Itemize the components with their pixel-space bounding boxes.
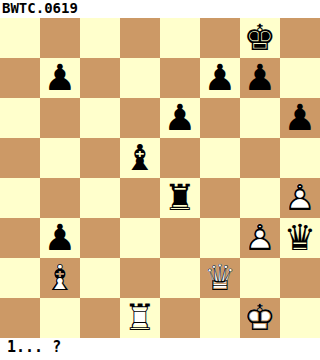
black-pawn-e6[interactable]: ♟	[164, 98, 196, 138]
square-g6[interactable]	[240, 98, 280, 138]
square-b2[interactable]: ♝♗	[40, 258, 80, 298]
square-f2[interactable]: ♛♕	[200, 258, 240, 298]
square-c7[interactable]	[80, 58, 120, 98]
square-c5[interactable]	[80, 138, 120, 178]
black-bishop-d5[interactable]: ♝	[124, 138, 156, 178]
square-e6[interactable]: ♟	[160, 98, 200, 138]
square-h7[interactable]	[280, 58, 320, 98]
square-h8[interactable]	[280, 18, 320, 58]
square-e2[interactable]	[160, 258, 200, 298]
black-pawn-b3[interactable]: ♟	[44, 218, 76, 258]
square-c8[interactable]	[80, 18, 120, 58]
square-f6[interactable]	[200, 98, 240, 138]
square-b1[interactable]	[40, 298, 80, 338]
square-a2[interactable]	[0, 258, 40, 298]
square-e5[interactable]	[160, 138, 200, 178]
square-g8[interactable]: ♚	[240, 18, 280, 58]
square-h5[interactable]	[280, 138, 320, 178]
square-d7[interactable]	[120, 58, 160, 98]
black-queen-h3[interactable]: ♛	[284, 218, 316, 258]
square-a3[interactable]	[0, 218, 40, 258]
square-f4[interactable]	[200, 178, 240, 218]
square-e7[interactable]	[160, 58, 200, 98]
rook-outline: ♖	[124, 298, 156, 338]
black-king-g8[interactable]: ♚	[244, 18, 276, 58]
white-pawn-h4[interactable]: ♟♙	[284, 178, 316, 218]
square-c4[interactable]	[80, 178, 120, 218]
square-a5[interactable]	[0, 138, 40, 178]
white-queen-f2[interactable]: ♛♕	[204, 258, 236, 298]
square-g1[interactable]: ♚♔	[240, 298, 280, 338]
square-g5[interactable]	[240, 138, 280, 178]
square-a4[interactable]	[0, 178, 40, 218]
square-h2[interactable]	[280, 258, 320, 298]
bishop-outline: ♗	[44, 258, 76, 298]
square-b3[interactable]: ♟	[40, 218, 80, 258]
king-outline: ♔	[244, 298, 276, 338]
square-h1[interactable]	[280, 298, 320, 338]
square-a7[interactable]	[0, 58, 40, 98]
puzzle-title: BWTC.0619	[0, 0, 320, 18]
square-b8[interactable]	[40, 18, 80, 58]
square-c6[interactable]	[80, 98, 120, 138]
square-d2[interactable]	[120, 258, 160, 298]
square-e3[interactable]	[160, 218, 200, 258]
white-bishop-b2[interactable]: ♝♗	[44, 258, 76, 298]
chess-board: ♚♟♟♟♟♟♝♜♟♙♟♟♙♛♝♗♛♕♜♖♚♔	[0, 18, 320, 338]
square-a1[interactable]	[0, 298, 40, 338]
square-a6[interactable]	[0, 98, 40, 138]
square-d1[interactable]: ♜♖	[120, 298, 160, 338]
white-king-g1[interactable]: ♚♔	[244, 298, 276, 338]
square-d6[interactable]	[120, 98, 160, 138]
pawn-outline: ♙	[284, 178, 316, 218]
square-b6[interactable]	[40, 98, 80, 138]
square-g7[interactable]: ♟	[240, 58, 280, 98]
square-c2[interactable]	[80, 258, 120, 298]
black-pawn-h6[interactable]: ♟	[284, 98, 316, 138]
white-pawn-g3[interactable]: ♟♙	[244, 218, 276, 258]
chess-puzzle-page: BWTC.0619 ♚♟♟♟♟♟♝♜♟♙♟♟♙♛♝♗♛♕♜♖♚♔ 1... ?	[0, 0, 320, 360]
square-d3[interactable]	[120, 218, 160, 258]
black-pawn-g7[interactable]: ♟	[244, 58, 276, 98]
pawn-outline: ♙	[244, 218, 276, 258]
square-h4[interactable]: ♟♙	[280, 178, 320, 218]
square-b4[interactable]	[40, 178, 80, 218]
white-rook-d1[interactable]: ♜♖	[124, 298, 156, 338]
square-c1[interactable]	[80, 298, 120, 338]
square-g3[interactable]: ♟♙	[240, 218, 280, 258]
square-b7[interactable]: ♟	[40, 58, 80, 98]
square-a8[interactable]	[0, 18, 40, 58]
square-c3[interactable]	[80, 218, 120, 258]
move-prompt: 1... ?	[0, 338, 320, 360]
square-f7[interactable]: ♟	[200, 58, 240, 98]
square-f1[interactable]	[200, 298, 240, 338]
square-f8[interactable]	[200, 18, 240, 58]
square-e1[interactable]	[160, 298, 200, 338]
square-f3[interactable]	[200, 218, 240, 258]
black-rook-e4[interactable]: ♜	[164, 178, 196, 218]
square-d5[interactable]: ♝	[120, 138, 160, 178]
square-h3[interactable]: ♛	[280, 218, 320, 258]
square-d4[interactable]	[120, 178, 160, 218]
square-g2[interactable]	[240, 258, 280, 298]
square-e4[interactable]: ♜	[160, 178, 200, 218]
queen-outline: ♕	[204, 258, 236, 298]
square-h6[interactable]: ♟	[280, 98, 320, 138]
square-d8[interactable]	[120, 18, 160, 58]
black-pawn-f7[interactable]: ♟	[204, 58, 236, 98]
square-f5[interactable]	[200, 138, 240, 178]
square-b5[interactable]	[40, 138, 80, 178]
square-g4[interactable]	[240, 178, 280, 218]
square-e8[interactable]	[160, 18, 200, 58]
black-pawn-b7[interactable]: ♟	[44, 58, 76, 98]
